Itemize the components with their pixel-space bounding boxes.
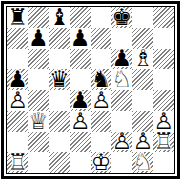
black-pawn[interactable]: ♟ — [70, 28, 91, 49]
square-b5[interactable] — [28, 69, 49, 90]
square-e7[interactable] — [91, 28, 112, 49]
square-b1[interactable] — [28, 152, 49, 173]
square-g4[interactable] — [132, 90, 153, 111]
black-piece-glyph: ♚ — [111, 7, 132, 28]
white-piece-outline-layer: ♘ — [132, 152, 153, 173]
square-h8[interactable] — [153, 7, 174, 28]
white-rook[interactable]: ♜♖ — [153, 132, 174, 153]
square-f8[interactable]: ♚ — [111, 7, 132, 28]
white-piece-outline-layer: ♗ — [132, 49, 153, 70]
white-piece-outline-layer: ♕ — [28, 111, 49, 132]
chess-board-inner-border: ♜♝♚♟♟♟♝♗♟♛♞♞♘♟♙♟♟♙♛♕♟♙♟♙♟♙♟♙♜♖♜♖♚♔♞♘ — [6, 6, 175, 174]
square-c2[interactable] — [49, 132, 70, 153]
white-king[interactable]: ♚♔ — [91, 152, 112, 173]
white-piece-outline-layer: ♙ — [111, 132, 132, 153]
square-h6[interactable] — [153, 49, 174, 70]
square-g8[interactable] — [132, 7, 153, 28]
square-f1[interactable] — [111, 152, 132, 173]
square-g6[interactable]: ♝♗ — [132, 49, 153, 70]
white-piece-outline-layer: ♙ — [91, 90, 112, 111]
white-piece-outline-layer: ♖ — [7, 152, 28, 173]
chess-board-frame: ♜♝♚♟♟♟♝♗♟♛♞♞♘♟♙♟♟♙♛♕♟♙♟♙♟♙♟♙♜♖♜♖♚♔♞♘ — [1, 1, 180, 179]
white-piece-outline-layer: ♖ — [153, 132, 174, 153]
square-e1[interactable]: ♚♔ — [91, 152, 112, 173]
square-e3[interactable] — [91, 111, 112, 132]
square-d7[interactable]: ♟ — [70, 28, 91, 49]
black-king[interactable]: ♚ — [111, 7, 132, 28]
black-queen[interactable]: ♛ — [49, 69, 70, 90]
white-pawn[interactable]: ♟♙ — [70, 111, 91, 132]
square-a8[interactable]: ♜ — [7, 7, 28, 28]
square-d3[interactable]: ♟♙ — [70, 111, 91, 132]
white-piece-outline-layer: ♙ — [70, 111, 91, 132]
square-b3[interactable]: ♛♕ — [28, 111, 49, 132]
square-a3[interactable] — [7, 111, 28, 132]
square-d6[interactable] — [70, 49, 91, 70]
square-e4[interactable]: ♟♙ — [91, 90, 112, 111]
square-c8[interactable]: ♝ — [49, 7, 70, 28]
square-g5[interactable] — [132, 69, 153, 90]
white-bishop[interactable]: ♝♗ — [132, 49, 153, 70]
square-c4[interactable] — [49, 90, 70, 111]
square-c3[interactable] — [49, 111, 70, 132]
square-c5[interactable]: ♛ — [49, 69, 70, 90]
black-bishop[interactable]: ♝ — [49, 7, 70, 28]
square-h5[interactable] — [153, 69, 174, 90]
square-c7[interactable] — [49, 28, 70, 49]
square-b2[interactable] — [28, 132, 49, 153]
black-piece-glyph: ♟ — [70, 28, 91, 49]
square-a1[interactable]: ♜♖ — [7, 152, 28, 173]
black-piece-glyph: ♜ — [7, 7, 28, 28]
square-d2[interactable] — [70, 132, 91, 153]
black-piece-glyph: ♟ — [28, 28, 49, 49]
white-piece-outline-layer: ♘ — [111, 69, 132, 90]
square-h1[interactable] — [153, 152, 174, 173]
square-c1[interactable] — [49, 152, 70, 173]
square-h7[interactable] — [153, 28, 174, 49]
square-b6[interactable] — [28, 49, 49, 70]
square-f5[interactable]: ♞♘ — [111, 69, 132, 90]
white-rook[interactable]: ♜♖ — [7, 152, 28, 173]
white-pawn[interactable]: ♟♙ — [91, 90, 112, 111]
square-a7[interactable] — [7, 28, 28, 49]
black-pawn[interactable]: ♟ — [28, 28, 49, 49]
white-piece-outline-layer: ♔ — [91, 152, 112, 173]
black-piece-glyph: ♛ — [49, 69, 70, 90]
white-piece-outline-layer: ♙ — [7, 90, 28, 111]
square-g1[interactable]: ♞♘ — [132, 152, 153, 173]
white-knight[interactable]: ♞♘ — [132, 152, 153, 173]
black-piece-glyph: ♝ — [49, 7, 70, 28]
white-pawn[interactable]: ♟♙ — [111, 132, 132, 153]
square-d1[interactable] — [70, 152, 91, 173]
square-f4[interactable] — [111, 90, 132, 111]
square-h2[interactable]: ♜♖ — [153, 132, 174, 153]
square-a4[interactable]: ♟♙ — [7, 90, 28, 111]
white-queen[interactable]: ♛♕ — [28, 111, 49, 132]
square-b7[interactable]: ♟ — [28, 28, 49, 49]
square-f2[interactable]: ♟♙ — [111, 132, 132, 153]
square-e8[interactable] — [91, 7, 112, 28]
white-knight[interactable]: ♞♘ — [111, 69, 132, 90]
white-pawn[interactable]: ♟♙ — [7, 90, 28, 111]
chess-board: ♜♝♚♟♟♟♝♗♟♛♞♞♘♟♙♟♟♙♛♕♟♙♟♙♟♙♟♙♜♖♜♖♚♔♞♘ — [7, 7, 174, 173]
black-rook[interactable]: ♜ — [7, 7, 28, 28]
